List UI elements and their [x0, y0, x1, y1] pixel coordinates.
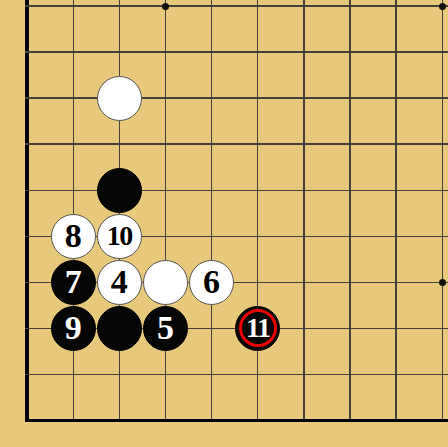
intersection[interactable]: [96, 351, 142, 397]
stone-white-B5[interactable]: 8: [51, 214, 96, 259]
move-number-label: 4: [111, 265, 128, 299]
intersection[interactable]: [373, 167, 419, 213]
stone-white-C5[interactable]: 10: [97, 214, 142, 259]
intersection[interactable]: [327, 351, 373, 397]
intersection[interactable]: [4, 29, 50, 75]
intersection[interactable]: [373, 29, 419, 75]
intersection[interactable]: [235, 351, 281, 397]
intersection[interactable]: [142, 29, 188, 75]
intersection[interactable]: [419, 0, 448, 29]
intersection[interactable]: [50, 351, 96, 397]
intersection[interactable]: [281, 29, 327, 75]
intersection[interactable]: [142, 213, 188, 259]
stone-white-D4[interactable]: [143, 260, 188, 305]
intersection[interactable]: [96, 75, 142, 121]
intersection[interactable]: [373, 213, 419, 259]
intersection[interactable]: [419, 29, 448, 75]
intersection[interactable]: 8: [50, 213, 96, 259]
intersection[interactable]: [189, 121, 235, 167]
intersection[interactable]: [419, 259, 448, 305]
stone-black-F3[interactable]: 11: [235, 306, 280, 351]
intersection[interactable]: 5: [142, 305, 188, 351]
intersection[interactable]: [327, 259, 373, 305]
intersection[interactable]: [142, 167, 188, 213]
intersection[interactable]: [50, 121, 96, 167]
intersection[interactable]: [419, 397, 448, 443]
intersection[interactable]: [373, 0, 419, 29]
intersection[interactable]: [142, 397, 188, 443]
intersection[interactable]: [4, 259, 50, 305]
intersection[interactable]: [96, 167, 142, 213]
intersection[interactable]: [189, 351, 235, 397]
intersection[interactable]: [50, 75, 96, 121]
move-number-label: 10: [107, 222, 132, 250]
intersection[interactable]: [327, 305, 373, 351]
intersection[interactable]: 11: [235, 305, 281, 351]
intersection[interactable]: [4, 167, 50, 213]
intersection[interactable]: [281, 0, 327, 29]
intersection[interactable]: [189, 75, 235, 121]
intersection[interactable]: [281, 213, 327, 259]
intersection[interactable]: [4, 75, 50, 121]
stone-black-B3[interactable]: 9: [51, 306, 96, 351]
move-number-label: 7: [65, 265, 82, 299]
intersection[interactable]: [189, 0, 235, 29]
stone-black-C6[interactable]: [97, 168, 142, 213]
intersection[interactable]: [96, 305, 142, 351]
intersection[interactable]: [373, 259, 419, 305]
intersection[interactable]: [50, 167, 96, 213]
intersection[interactable]: [419, 167, 448, 213]
intersection[interactable]: [281, 351, 327, 397]
intersection[interactable]: [373, 351, 419, 397]
intersection[interactable]: [419, 75, 448, 121]
stone-white-E4[interactable]: 6: [189, 260, 234, 305]
intersection[interactable]: [327, 213, 373, 259]
stone-white-C4[interactable]: 4: [97, 260, 142, 305]
intersection[interactable]: [235, 259, 281, 305]
intersection[interactable]: [4, 121, 50, 167]
intersection[interactable]: [281, 397, 327, 443]
intersection[interactable]: [142, 351, 188, 397]
intersection[interactable]: [142, 259, 188, 305]
intersection[interactable]: [96, 0, 142, 29]
intersection[interactable]: [327, 75, 373, 121]
move-number-label: 8: [65, 219, 82, 253]
intersection[interactable]: [50, 397, 96, 443]
intersection[interactable]: [235, 213, 281, 259]
intersection[interactable]: [96, 121, 142, 167]
intersection[interactable]: [327, 397, 373, 443]
intersection[interactable]: [327, 29, 373, 75]
intersection[interactable]: [142, 75, 188, 121]
intersection[interactable]: [281, 259, 327, 305]
intersection[interactable]: [235, 121, 281, 167]
intersection[interactable]: 10: [96, 213, 142, 259]
intersection[interactable]: [235, 167, 281, 213]
stone-black-C3[interactable]: [97, 306, 142, 351]
intersection[interactable]: [327, 121, 373, 167]
intersection[interactable]: [281, 75, 327, 121]
intersection[interactable]: [235, 0, 281, 29]
intersection[interactable]: [373, 121, 419, 167]
intersection[interactable]: [281, 167, 327, 213]
intersection[interactable]: [373, 75, 419, 121]
intersection[interactable]: [235, 29, 281, 75]
intersection[interactable]: [235, 397, 281, 443]
intersection[interactable]: [142, 0, 188, 29]
intersection[interactable]: [373, 305, 419, 351]
intersection[interactable]: [50, 0, 96, 29]
intersection[interactable]: [327, 167, 373, 213]
move-number-label: 6: [203, 265, 220, 299]
move-number-label: 11: [246, 314, 269, 342]
intersection[interactable]: [281, 305, 327, 351]
go-board: 8107469511: [0, 0, 448, 447]
intersection[interactable]: [373, 397, 419, 443]
intersection[interactable]: [189, 213, 235, 259]
intersection[interactable]: [419, 305, 448, 351]
intersection[interactable]: [189, 29, 235, 75]
stone-white-C8[interactable]: [97, 76, 142, 121]
intersection[interactable]: 6: [189, 259, 235, 305]
intersection[interactable]: [4, 305, 50, 351]
intersection[interactable]: [281, 121, 327, 167]
move-number-label: 9: [65, 311, 82, 345]
intersection[interactable]: [4, 0, 50, 29]
intersection-grid: 8107469511: [4, 0, 448, 443]
intersection[interactable]: [96, 29, 142, 75]
intersection[interactable]: [142, 121, 188, 167]
intersection[interactable]: [189, 167, 235, 213]
intersection[interactable]: [4, 213, 50, 259]
intersection[interactable]: [419, 213, 448, 259]
move-number-label: 5: [157, 311, 174, 345]
intersection[interactable]: 4: [96, 259, 142, 305]
intersection[interactable]: [189, 397, 235, 443]
intersection[interactable]: [96, 397, 142, 443]
intersection[interactable]: [419, 351, 448, 397]
intersection[interactable]: [327, 0, 373, 29]
intersection[interactable]: [235, 75, 281, 121]
intersection[interactable]: [189, 305, 235, 351]
stone-black-B4[interactable]: 7: [51, 260, 96, 305]
intersection[interactable]: [419, 121, 448, 167]
intersection[interactable]: [50, 29, 96, 75]
stone-black-D3[interactable]: 5: [143, 306, 188, 351]
intersection[interactable]: [4, 397, 50, 443]
intersection[interactable]: [4, 351, 50, 397]
intersection[interactable]: 9: [50, 305, 96, 351]
intersection[interactable]: 7: [50, 259, 96, 305]
